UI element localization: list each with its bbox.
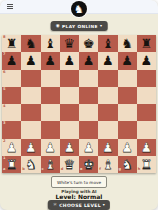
rank-label-7: 7 [3,53,6,57]
square-f4[interactable] [98,104,117,121]
knight-logo-glyph: ♞ [74,3,84,14]
file-label-h: h [138,168,141,172]
white-pawn-piece: ♟ [6,141,18,154]
white-rook-piece: ♜ [141,158,153,171]
black-pawn-piece: ♟ [102,54,114,67]
square-b6[interactable] [21,70,40,87]
square-a7[interactable]: ♟7 [2,52,21,69]
rank-label-4: 4 [3,105,6,109]
square-d8[interactable]: ♛ [60,35,79,52]
square-f5[interactable] [98,87,117,104]
black-knight-piece: ♞ [121,37,133,50]
rank-label-6: 6 [3,71,6,75]
black-pawn-piece: ♟ [83,54,95,67]
square-h7[interactable]: ♟ [137,52,156,69]
square-c6[interactable] [41,70,60,87]
square-f7[interactable]: ♟ [98,52,117,69]
square-c2[interactable]: ♟ [41,139,60,156]
square-e1[interactable]: ♚e [79,156,98,173]
file-label-f: f [99,168,101,172]
rank-label-5: 5 [3,88,6,92]
white-queen-piece: ♛ [64,158,76,171]
black-bishop-piece: ♝ [102,37,114,50]
white-rook-piece: ♜ [6,158,18,171]
square-a4[interactable]: 4 [2,104,21,121]
choose-level-label: CHOOSE LEVEL [59,203,101,208]
chess-board: ♜8♞♝♛♚♝♞♜♟7♟♟♟♟♟♟♟6543♟2♟♟♟♟♟♟♟♜1a♞b♝c♛d… [2,35,156,173]
white-pawn-piece: ♟ [25,141,37,154]
square-e4[interactable] [79,104,98,121]
chevron-down-icon: ▾ [100,24,102,28]
white-knight-piece: ♞ [25,158,37,171]
square-d5[interactable] [60,87,79,104]
square-g4[interactable] [118,104,137,121]
square-c1[interactable]: ♝c [41,156,60,173]
square-h1[interactable]: ♜h [137,156,156,173]
square-h2[interactable]: ♟ [137,139,156,156]
hamburger-menu-icon[interactable] [7,4,13,9]
square-e6[interactable] [79,70,98,87]
square-f3[interactable] [98,121,117,138]
square-d3[interactable] [60,121,79,138]
black-pawn-piece: ♟ [6,54,18,67]
square-a5[interactable]: 5 [2,87,21,104]
square-a3[interactable]: 3 [2,121,21,138]
file-label-c: c [42,168,44,172]
square-d4[interactable] [60,104,79,121]
rank-label-2: 2 [3,140,6,144]
white-king-piece: ♚ [83,158,95,171]
square-g6[interactable] [118,70,137,87]
black-pawn-piece: ♟ [64,54,76,67]
square-b4[interactable] [21,104,40,121]
chevron-down-icon: ▾ [103,203,105,207]
square-h5[interactable] [137,87,156,104]
turn-status-text: White's turn to move [57,180,101,185]
square-g1[interactable]: ♞g [118,156,137,173]
white-pawn-piece: ♟ [64,141,76,154]
square-h8[interactable]: ♜ [137,35,156,52]
square-b5[interactable] [21,87,40,104]
white-pawn-piece: ♟ [102,141,114,154]
square-e7[interactable]: ♟ [79,52,98,69]
white-knight-piece: ♞ [121,158,133,171]
turn-status-badge: White's turn to move [51,176,107,188]
choose-level-button[interactable]: ♕ CHOOSE LEVEL ▾ [48,200,110,210]
square-g7[interactable]: ♟ [118,52,137,69]
square-f8[interactable]: ♝ [98,35,117,52]
square-d6[interactable] [60,70,79,87]
square-h3[interactable] [137,121,156,138]
black-king-piece: ♚ [83,37,95,50]
square-a8[interactable]: ♜8 [2,35,21,52]
square-f6[interactable] [98,70,117,87]
rank-label-8: 8 [3,36,6,40]
square-b3[interactable] [21,121,40,138]
white-pawn-piece: ♟ [44,141,56,154]
rank-label-1: 1 [3,157,6,161]
square-e2[interactable]: ♟ [79,139,98,156]
white-bishop-piece: ♝ [44,158,56,171]
file-label-b: b [22,168,25,172]
square-h6[interactable] [137,70,156,87]
square-b7[interactable]: ♟ [21,52,40,69]
level-label: Level: Normal [0,193,158,200]
black-rook-piece: ♜ [141,37,153,50]
square-d1[interactable]: ♛d [60,156,79,173]
rank-label-3: 3 [3,122,6,126]
square-a2[interactable]: ♟2 [2,139,21,156]
black-pawn-piece: ♟ [44,54,56,67]
trophy-icon: ♕ [53,203,57,208]
white-pawn-piece: ♟ [121,141,133,154]
play-online-label: PLAY ONLINE [62,24,98,29]
white-bishop-piece: ♝ [102,158,114,171]
black-queen-piece: ♛ [64,37,76,50]
white-pawn-piece: ♟ [141,141,153,154]
black-pawn-piece: ♟ [141,54,153,67]
app-window: ♞ ◉ PLAY ONLINE ▾ ♜8♞♝♛♚♝♞♜♟7♟♟♟♟♟♟♟6543… [0,0,158,210]
square-b8[interactable]: ♞ [21,35,40,52]
square-f2[interactable]: ♟ [98,139,117,156]
square-c7[interactable]: ♟ [41,52,60,69]
square-g2[interactable]: ♟ [118,139,137,156]
black-bishop-piece: ♝ [44,37,56,50]
black-pawn-piece: ♟ [25,54,37,67]
square-e5[interactable] [79,87,98,104]
square-d7[interactable]: ♟ [60,52,79,69]
square-e8[interactable]: ♚ [79,35,98,52]
square-b1[interactable]: ♞b [21,156,40,173]
file-label-a: a [3,168,5,172]
square-c3[interactable] [41,121,60,138]
square-g3[interactable] [118,121,137,138]
black-rook-piece: ♜ [6,37,18,50]
white-pawn-piece: ♟ [83,141,95,154]
square-c4[interactable] [41,104,60,121]
square-g5[interactable] [118,87,137,104]
square-h4[interactable] [137,104,156,121]
file-label-d: d [61,168,64,172]
square-f1[interactable]: ♝f [98,156,117,173]
play-online-button[interactable]: ◉ PLAY ONLINE ▾ [51,21,108,31]
square-g8[interactable]: ♞ [118,35,137,52]
black-knight-piece: ♞ [25,37,37,50]
black-pawn-piece: ♟ [121,54,133,67]
square-b2[interactable]: ♟ [21,139,40,156]
file-label-g: g [119,168,122,172]
square-d2[interactable]: ♟ [60,139,79,156]
square-c8[interactable]: ♝ [41,35,60,52]
square-e3[interactable] [79,121,98,138]
square-a1[interactable]: ♜1a [2,156,21,173]
file-label-e: e [80,168,82,172]
knight-logo: ♞ [71,1,87,17]
globe-icon: ◉ [56,24,60,29]
square-c5[interactable] [41,87,60,104]
square-a6[interactable]: 6 [2,70,21,87]
